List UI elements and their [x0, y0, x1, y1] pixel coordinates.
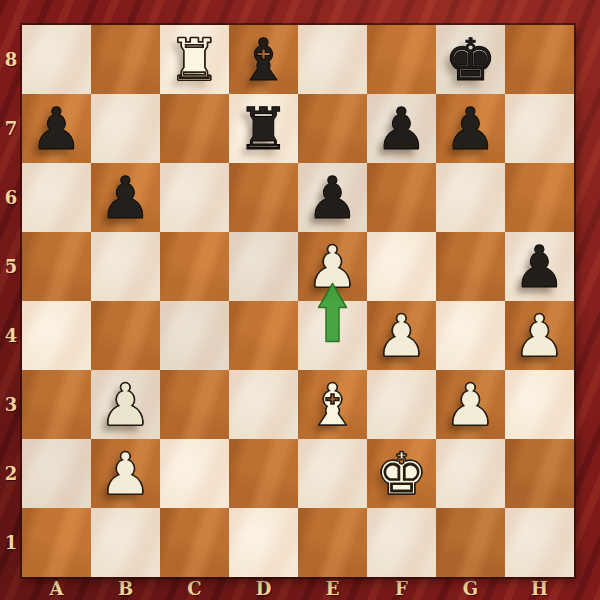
- square-f6[interactable]: [367, 163, 436, 232]
- file-label-d: D: [229, 577, 298, 600]
- rank-label-6: 6: [0, 163, 22, 232]
- square-g6[interactable]: [436, 163, 505, 232]
- square-a7[interactable]: ♟: [22, 94, 91, 163]
- white-pawn-h4[interactable]: ♟: [505, 301, 574, 370]
- chess-diagram: 87654321 ABCDEFGH ♜♝♚♟♜♟♟♟♟♟♟♟♟♟♝♟♟♚: [0, 0, 600, 600]
- white-pawn-b2[interactable]: ♟: [91, 439, 160, 508]
- black-pawn-b6[interactable]: ♟: [91, 163, 160, 232]
- square-a1[interactable]: [22, 508, 91, 577]
- square-d6[interactable]: [229, 163, 298, 232]
- square-g3[interactable]: ♟: [436, 370, 505, 439]
- square-g1[interactable]: [436, 508, 505, 577]
- square-h2[interactable]: [505, 439, 574, 508]
- square-d4[interactable]: [229, 301, 298, 370]
- rank-label-4: 4: [0, 301, 22, 370]
- square-d3[interactable]: [229, 370, 298, 439]
- square-b8[interactable]: [91, 25, 160, 94]
- square-f2[interactable]: ♚: [367, 439, 436, 508]
- square-b6[interactable]: ♟: [91, 163, 160, 232]
- white-pawn-b3[interactable]: ♟: [91, 370, 160, 439]
- square-g4[interactable]: [436, 301, 505, 370]
- square-f7[interactable]: ♟: [367, 94, 436, 163]
- square-e3[interactable]: ♝: [298, 370, 367, 439]
- black-pawn-a7[interactable]: ♟: [22, 94, 91, 163]
- black-bishop-d8[interactable]: ♝: [229, 25, 298, 94]
- square-h8[interactable]: [505, 25, 574, 94]
- square-b2[interactable]: ♟: [91, 439, 160, 508]
- square-a4[interactable]: [22, 301, 91, 370]
- square-c8[interactable]: ♜: [160, 25, 229, 94]
- square-h3[interactable]: [505, 370, 574, 439]
- square-f5[interactable]: [367, 232, 436, 301]
- square-c6[interactable]: [160, 163, 229, 232]
- square-c5[interactable]: [160, 232, 229, 301]
- black-pawn-e6[interactable]: ♟: [298, 163, 367, 232]
- white-rook-c8[interactable]: ♜: [160, 25, 229, 94]
- square-c1[interactable]: [160, 508, 229, 577]
- square-a8[interactable]: [22, 25, 91, 94]
- file-label-e: E: [298, 577, 367, 600]
- square-a6[interactable]: [22, 163, 91, 232]
- file-label-a: A: [22, 577, 91, 600]
- black-pawn-h5[interactable]: ♟: [505, 232, 574, 301]
- square-h5[interactable]: ♟: [505, 232, 574, 301]
- square-d5[interactable]: [229, 232, 298, 301]
- square-c4[interactable]: [160, 301, 229, 370]
- square-f8[interactable]: [367, 25, 436, 94]
- square-d8[interactable]: ♝: [229, 25, 298, 94]
- white-bishop-e3[interactable]: ♝: [298, 370, 367, 439]
- square-e2[interactable]: [298, 439, 367, 508]
- square-b1[interactable]: [91, 508, 160, 577]
- square-b7[interactable]: [91, 94, 160, 163]
- file-labels: ABCDEFGH: [22, 577, 574, 600]
- rank-label-7: 7: [0, 94, 22, 163]
- square-c7[interactable]: [160, 94, 229, 163]
- square-h1[interactable]: [505, 508, 574, 577]
- square-h6[interactable]: [505, 163, 574, 232]
- square-g8[interactable]: ♚: [436, 25, 505, 94]
- white-pawn-g3[interactable]: ♟: [436, 370, 505, 439]
- square-e5[interactable]: ♟: [298, 232, 367, 301]
- square-e4[interactable]: [298, 301, 367, 370]
- white-pawn-f4[interactable]: ♟: [367, 301, 436, 370]
- square-a2[interactable]: [22, 439, 91, 508]
- square-h7[interactable]: [505, 94, 574, 163]
- square-d2[interactable]: [229, 439, 298, 508]
- square-a3[interactable]: [22, 370, 91, 439]
- white-king-f2[interactable]: ♚: [367, 439, 436, 508]
- square-f3[interactable]: [367, 370, 436, 439]
- square-h4[interactable]: ♟: [505, 301, 574, 370]
- square-b5[interactable]: [91, 232, 160, 301]
- square-e6[interactable]: ♟: [298, 163, 367, 232]
- square-g7[interactable]: ♟: [436, 94, 505, 163]
- square-e8[interactable]: [298, 25, 367, 94]
- square-g5[interactable]: [436, 232, 505, 301]
- square-c2[interactable]: [160, 439, 229, 508]
- square-g2[interactable]: [436, 439, 505, 508]
- rank-labels: 87654321: [0, 25, 22, 577]
- file-label-b: B: [91, 577, 160, 600]
- rank-label-2: 2: [0, 439, 22, 508]
- file-label-c: C: [160, 577, 229, 600]
- file-label-h: H: [505, 577, 574, 600]
- file-label-f: F: [367, 577, 436, 600]
- square-d7[interactable]: ♜: [229, 94, 298, 163]
- black-pawn-g7[interactable]: ♟: [436, 94, 505, 163]
- square-a5[interactable]: [22, 232, 91, 301]
- square-b3[interactable]: ♟: [91, 370, 160, 439]
- square-e7[interactable]: [298, 94, 367, 163]
- rank-label-5: 5: [0, 232, 22, 301]
- square-e1[interactable]: [298, 508, 367, 577]
- square-c3[interactable]: [160, 370, 229, 439]
- white-pawn-e5[interactable]: ♟: [298, 232, 367, 301]
- black-king-g8[interactable]: ♚: [436, 25, 505, 94]
- square-f1[interactable]: [367, 508, 436, 577]
- square-b4[interactable]: [91, 301, 160, 370]
- rank-label-8: 8: [0, 25, 22, 94]
- rank-label-3: 3: [0, 370, 22, 439]
- rank-label-1: 1: [0, 508, 22, 577]
- square-f4[interactable]: ♟: [367, 301, 436, 370]
- chess-board: ♜♝♚♟♜♟♟♟♟♟♟♟♟♟♝♟♟♚: [22, 25, 574, 577]
- black-rook-d7[interactable]: ♜: [229, 94, 298, 163]
- black-pawn-f7[interactable]: ♟: [367, 94, 436, 163]
- square-d1[interactable]: [229, 508, 298, 577]
- file-label-g: G: [436, 577, 505, 600]
